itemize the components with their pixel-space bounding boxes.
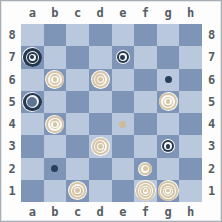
file-label: h <box>179 202 202 221</box>
file-label: a <box>21 3 44 23</box>
square-f5[interactable] <box>134 91 157 113</box>
piece-ring <box>53 122 58 127</box>
square-c8[interactable] <box>66 24 89 46</box>
square-g6[interactable] <box>157 69 180 91</box>
square-c2[interactable] <box>66 158 89 180</box>
square-h4[interactable] <box>179 113 202 135</box>
square-e3[interactable] <box>112 135 135 157</box>
square-d6[interactable] <box>89 69 112 91</box>
rank-label: 5 <box>3 91 21 113</box>
rank-label: 1 <box>202 180 221 202</box>
piece-light3[interactable] <box>68 181 87 200</box>
file-label: d <box>89 3 112 23</box>
square-d2[interactable] <box>89 158 112 180</box>
piece-light3[interactable] <box>159 92 178 111</box>
file-label: b <box>44 3 67 23</box>
piece-lightDot[interactable] <box>119 121 126 128</box>
piece-light4[interactable] <box>158 180 179 201</box>
square-c4[interactable] <box>66 113 89 135</box>
file-label: f <box>134 3 157 23</box>
piece-ring <box>98 144 103 149</box>
square-g4[interactable] <box>157 113 180 135</box>
square-d5[interactable] <box>89 91 112 113</box>
square-c1[interactable] <box>66 180 89 202</box>
file-label: e <box>112 3 135 23</box>
square-f4[interactable] <box>134 113 157 135</box>
file-label: f <box>134 202 157 221</box>
square-a1[interactable] <box>21 180 44 202</box>
square-h2[interactable] <box>179 158 202 180</box>
square-a8[interactable] <box>21 24 44 46</box>
file-label: c <box>66 202 89 221</box>
piece-darkDot[interactable] <box>51 165 58 172</box>
piece-dark2[interactable] <box>116 50 130 64</box>
square-h5[interactable] <box>179 91 202 113</box>
rank-label: 7 <box>3 46 21 68</box>
square-b5[interactable] <box>44 91 67 113</box>
piece-darkDot[interactable] <box>165 76 172 83</box>
piece-dark2[interactable] <box>161 139 175 153</box>
file-labels-top: abcdefgh <box>21 3 202 23</box>
rank-label: 3 <box>3 135 21 157</box>
square-g8[interactable] <box>157 24 180 46</box>
square-h7[interactable] <box>179 46 202 68</box>
square-f7[interactable] <box>134 46 157 68</box>
square-d1[interactable] <box>89 180 112 202</box>
rank-label: 4 <box>3 113 21 135</box>
square-f2[interactable] <box>134 158 157 180</box>
square-g2[interactable] <box>157 158 180 180</box>
square-c3[interactable] <box>66 135 89 157</box>
file-label: h <box>179 3 202 23</box>
rank-label: 2 <box>3 158 21 180</box>
rank-labels-right: 87654321 <box>202 24 221 202</box>
rank-label: 5 <box>202 91 221 113</box>
square-h8[interactable] <box>179 24 202 46</box>
square-c5[interactable] <box>66 91 89 113</box>
file-label: g <box>157 202 180 221</box>
square-b7[interactable] <box>44 46 67 68</box>
square-e6[interactable] <box>112 69 135 91</box>
square-g3[interactable] <box>157 135 180 157</box>
square-e7[interactable] <box>112 46 135 68</box>
checkers-board-window: abcdefgh abcdefgh 87654321 87654321 <box>0 0 222 222</box>
rank-label: 1 <box>3 180 21 202</box>
square-b4[interactable] <box>44 113 67 135</box>
rank-label: 8 <box>3 24 21 46</box>
square-g7[interactable] <box>157 46 180 68</box>
square-d4[interactable] <box>89 113 112 135</box>
piece-light4[interactable] <box>135 180 156 201</box>
piece-darkRing[interactable] <box>22 92 42 112</box>
square-f6[interactable] <box>134 69 157 91</box>
piece-dark3[interactable] <box>22 47 42 67</box>
square-d8[interactable] <box>89 24 112 46</box>
square-f1[interactable] <box>134 180 157 202</box>
square-a4[interactable] <box>21 113 44 135</box>
square-f8[interactable] <box>134 24 157 46</box>
piece-ring <box>98 77 103 82</box>
piece-light2[interactable] <box>138 162 152 176</box>
square-a2[interactable] <box>21 158 44 180</box>
square-e1[interactable] <box>112 180 135 202</box>
square-e8[interactable] <box>112 24 135 46</box>
square-a3[interactable] <box>21 135 44 157</box>
square-f3[interactable] <box>134 135 157 157</box>
square-h6[interactable] <box>179 69 202 91</box>
rank-label: 6 <box>202 69 221 91</box>
square-e4[interactable] <box>112 113 135 135</box>
rank-label: 8 <box>202 24 221 46</box>
file-label: g <box>157 3 180 23</box>
board <box>21 24 202 202</box>
piece-light3[interactable] <box>91 137 110 156</box>
square-g5[interactable] <box>157 91 180 113</box>
piece-light3[interactable] <box>45 115 64 134</box>
rank-label: 2 <box>202 158 221 180</box>
square-b2[interactable] <box>44 158 67 180</box>
rank-label: 7 <box>202 46 221 68</box>
rank-labels-left: 87654321 <box>3 24 21 202</box>
square-h3[interactable] <box>179 135 202 157</box>
square-c6[interactable] <box>66 69 89 91</box>
file-label: e <box>112 202 135 221</box>
piece-light3[interactable] <box>91 70 110 89</box>
piece-light3[interactable] <box>45 70 64 89</box>
file-label: a <box>21 202 44 221</box>
square-b8[interactable] <box>44 24 67 46</box>
piece-ring <box>120 55 125 60</box>
rank-label: 6 <box>3 69 21 91</box>
square-a7[interactable] <box>21 46 44 68</box>
square-d3[interactable] <box>89 135 112 157</box>
file-label: d <box>89 202 112 221</box>
rank-label: 4 <box>202 113 221 135</box>
square-g1[interactable] <box>157 180 180 202</box>
square-d7[interactable] <box>89 46 112 68</box>
file-label: c <box>66 3 89 23</box>
square-h1[interactable] <box>179 180 202 202</box>
square-e5[interactable] <box>112 91 135 113</box>
square-a6[interactable] <box>21 69 44 91</box>
square-a5[interactable] <box>21 91 44 113</box>
rank-label: 3 <box>202 135 221 157</box>
square-e2[interactable] <box>112 158 135 180</box>
square-b3[interactable] <box>44 135 67 157</box>
square-b1[interactable] <box>44 180 67 202</box>
file-labels-bottom: abcdefgh <box>21 202 202 221</box>
square-c7[interactable] <box>66 46 89 68</box>
file-label: b <box>44 202 67 221</box>
square-b6[interactable] <box>44 69 67 91</box>
